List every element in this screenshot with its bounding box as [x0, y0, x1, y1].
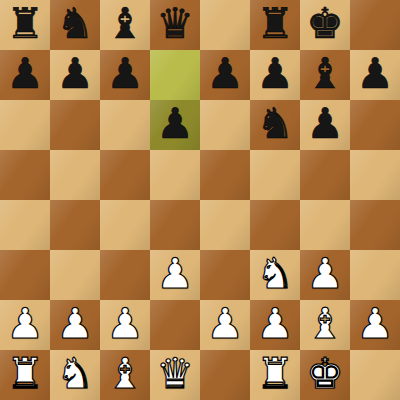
piece-black-rook-a8[interactable]: ♜: [6, 3, 44, 45]
piece-black-pawn-c7[interactable]: ♟: [106, 53, 144, 95]
square-c5[interactable]: [100, 150, 150, 200]
square-e5[interactable]: [200, 150, 250, 200]
piece-white-queen-d1[interactable]: ♛: [156, 353, 194, 395]
square-d5[interactable]: [150, 150, 200, 200]
piece-black-bishop-c8[interactable]: ♝: [106, 3, 144, 45]
piece-white-pawn-f2[interactable]: ♟: [256, 303, 294, 345]
piece-white-bishop-g2[interactable]: ♝: [306, 303, 344, 345]
piece-black-pawn-h7[interactable]: ♟: [356, 53, 394, 95]
square-d3[interactable]: ♟: [150, 250, 200, 300]
square-b7[interactable]: ♟: [50, 50, 100, 100]
piece-white-bishop-c1[interactable]: ♝: [106, 353, 144, 395]
square-f6[interactable]: ♞: [250, 100, 300, 150]
piece-white-pawn-d3[interactable]: ♟: [156, 253, 194, 295]
square-f3[interactable]: ♞: [250, 250, 300, 300]
square-c2[interactable]: ♟: [100, 300, 150, 350]
piece-black-knight-f6[interactable]: ♞: [256, 103, 294, 145]
piece-white-rook-a1[interactable]: ♜: [6, 353, 44, 395]
square-a1[interactable]: ♜: [0, 350, 50, 400]
square-c7[interactable]: ♟: [100, 50, 150, 100]
square-a4[interactable]: [0, 200, 50, 250]
square-a2[interactable]: ♟: [0, 300, 50, 350]
square-g4[interactable]: [300, 200, 350, 250]
square-c6[interactable]: [100, 100, 150, 150]
square-d8[interactable]: ♛: [150, 0, 200, 50]
piece-white-pawn-a2[interactable]: ♟: [6, 303, 44, 345]
square-c1[interactable]: ♝: [100, 350, 150, 400]
piece-white-knight-b1[interactable]: ♞: [56, 353, 94, 395]
square-d4[interactable]: [150, 200, 200, 250]
piece-black-pawn-d6[interactable]: ♟: [156, 103, 194, 145]
square-c8[interactable]: ♝: [100, 0, 150, 50]
square-e4[interactable]: [200, 200, 250, 250]
square-e6[interactable]: [200, 100, 250, 150]
square-c3[interactable]: [100, 250, 150, 300]
square-g3[interactable]: ♟: [300, 250, 350, 300]
piece-black-king-g8[interactable]: ♚: [306, 3, 344, 45]
piece-white-king-g1[interactable]: ♚: [306, 353, 344, 395]
square-a8[interactable]: ♜: [0, 0, 50, 50]
square-b1[interactable]: ♞: [50, 350, 100, 400]
square-e8[interactable]: [200, 0, 250, 50]
square-h6[interactable]: [350, 100, 400, 150]
square-a7[interactable]: ♟: [0, 50, 50, 100]
piece-black-pawn-e7[interactable]: ♟: [206, 53, 244, 95]
piece-black-pawn-f7[interactable]: ♟: [256, 53, 294, 95]
square-c4[interactable]: [100, 200, 150, 250]
square-b5[interactable]: [50, 150, 100, 200]
square-d1[interactable]: ♛: [150, 350, 200, 400]
square-g6[interactable]: ♟: [300, 100, 350, 150]
square-g1[interactable]: ♚: [300, 350, 350, 400]
square-f1[interactable]: ♜: [250, 350, 300, 400]
square-h5[interactable]: [350, 150, 400, 200]
square-f4[interactable]: [250, 200, 300, 250]
square-b8[interactable]: ♞: [50, 0, 100, 50]
square-e2[interactable]: ♟: [200, 300, 250, 350]
square-h8[interactable]: [350, 0, 400, 50]
square-e1[interactable]: [200, 350, 250, 400]
square-f8[interactable]: ♜: [250, 0, 300, 50]
piece-white-pawn-b2[interactable]: ♟: [56, 303, 94, 345]
square-d7[interactable]: [150, 50, 200, 100]
square-f5[interactable]: [250, 150, 300, 200]
square-a6[interactable]: [0, 100, 50, 150]
square-h2[interactable]: ♟: [350, 300, 400, 350]
board-container: ♜♞♝♛♜♚♟♟♟♟♟♝♟♟♞♟♟♞♟♟♟♟♟♟♝♟♜♞♝♛♜♚: [0, 0, 400, 400]
piece-white-pawn-g3[interactable]: ♟: [306, 253, 344, 295]
piece-white-pawn-h2[interactable]: ♟: [356, 303, 394, 345]
square-b2[interactable]: ♟: [50, 300, 100, 350]
piece-black-pawn-b7[interactable]: ♟: [56, 53, 94, 95]
piece-black-bishop-g7[interactable]: ♝: [306, 53, 344, 95]
piece-white-pawn-e2[interactable]: ♟: [206, 303, 244, 345]
square-h4[interactable]: [350, 200, 400, 250]
square-h1[interactable]: [350, 350, 400, 400]
square-a5[interactable]: [0, 150, 50, 200]
square-b4[interactable]: [50, 200, 100, 250]
chess-board: ♜♞♝♛♜♚♟♟♟♟♟♝♟♟♞♟♟♞♟♟♟♟♟♟♝♟♜♞♝♛♜♚: [0, 0, 400, 400]
square-g5[interactable]: [300, 150, 350, 200]
square-f2[interactable]: ♟: [250, 300, 300, 350]
piece-black-queen-d8[interactable]: ♛: [156, 3, 194, 45]
square-d2[interactable]: [150, 300, 200, 350]
square-a3[interactable]: [0, 250, 50, 300]
square-g8[interactable]: ♚: [300, 0, 350, 50]
square-h7[interactable]: ♟: [350, 50, 400, 100]
square-g2[interactable]: ♝: [300, 300, 350, 350]
piece-black-pawn-g6[interactable]: ♟: [306, 103, 344, 145]
square-b3[interactable]: [50, 250, 100, 300]
square-d6[interactable]: ♟: [150, 100, 200, 150]
square-b6[interactable]: [50, 100, 100, 150]
piece-black-pawn-a7[interactable]: ♟: [6, 53, 44, 95]
piece-white-knight-f3[interactable]: ♞: [256, 253, 294, 295]
square-e7[interactable]: ♟: [200, 50, 250, 100]
square-g7[interactable]: ♝: [300, 50, 350, 100]
square-h3[interactable]: [350, 250, 400, 300]
square-e3[interactable]: [200, 250, 250, 300]
square-f7[interactable]: ♟: [250, 50, 300, 100]
piece-black-rook-f8[interactable]: ♜: [256, 3, 294, 45]
piece-black-knight-b8[interactable]: ♞: [56, 3, 94, 45]
piece-white-rook-f1[interactable]: ♜: [256, 353, 294, 395]
piece-white-pawn-c2[interactable]: ♟: [106, 303, 144, 345]
